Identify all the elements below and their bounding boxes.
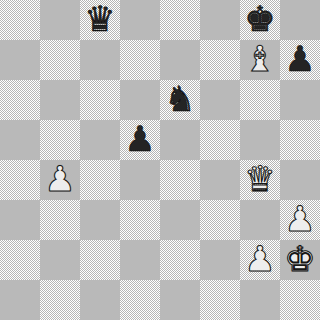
square-c7[interactable]: [80, 40, 120, 80]
square-f6[interactable]: [200, 80, 240, 120]
square-b4[interactable]: ♟: [40, 160, 80, 200]
square-g3[interactable]: [240, 200, 280, 240]
square-a2[interactable]: [0, 240, 40, 280]
square-d2[interactable]: [120, 240, 160, 280]
square-b8[interactable]: [40, 0, 80, 40]
square-f5[interactable]: [200, 120, 240, 160]
square-g2[interactable]: ♟: [240, 240, 280, 280]
square-e5[interactable]: [160, 120, 200, 160]
square-a5[interactable]: [0, 120, 40, 160]
square-h1[interactable]: [280, 280, 320, 320]
square-d3[interactable]: [120, 200, 160, 240]
black-knight[interactable]: ♞: [164, 79, 195, 119]
square-g6[interactable]: [240, 80, 280, 120]
square-d5[interactable]: ♟: [120, 120, 160, 160]
square-a6[interactable]: [0, 80, 40, 120]
square-g1[interactable]: [240, 280, 280, 320]
square-g5[interactable]: [240, 120, 280, 160]
square-e1[interactable]: [160, 280, 200, 320]
square-g8[interactable]: ♚: [240, 0, 280, 40]
square-e3[interactable]: [160, 200, 200, 240]
square-h8[interactable]: [280, 0, 320, 40]
white-pawn[interactable]: ♟: [44, 159, 75, 199]
square-c6[interactable]: [80, 80, 120, 120]
square-d8[interactable]: [120, 0, 160, 40]
square-h6[interactable]: [280, 80, 320, 120]
square-f2[interactable]: [200, 240, 240, 280]
chess-board: ♛♚♝♟♞♟♟♛♟♟♚: [0, 0, 320, 320]
square-c3[interactable]: [80, 200, 120, 240]
chess-app-window: ♛♚♝♟♞♟♟♛♟♟♚: [0, 0, 320, 320]
white-bishop[interactable]: ♝: [244, 39, 275, 79]
square-h5[interactable]: [280, 120, 320, 160]
square-e8[interactable]: [160, 0, 200, 40]
white-pawn[interactable]: ♟: [244, 239, 275, 279]
square-g7[interactable]: ♝: [240, 40, 280, 80]
square-e7[interactable]: [160, 40, 200, 80]
square-a8[interactable]: [0, 0, 40, 40]
square-h7[interactable]: ♟: [280, 40, 320, 80]
square-c4[interactable]: [80, 160, 120, 200]
square-c5[interactable]: [80, 120, 120, 160]
square-b1[interactable]: [40, 280, 80, 320]
square-a7[interactable]: [0, 40, 40, 80]
square-b2[interactable]: [40, 240, 80, 280]
square-a3[interactable]: [0, 200, 40, 240]
square-d4[interactable]: [120, 160, 160, 200]
square-d1[interactable]: [120, 280, 160, 320]
square-f4[interactable]: [200, 160, 240, 200]
square-f7[interactable]: [200, 40, 240, 80]
square-b6[interactable]: [40, 80, 80, 120]
square-a1[interactable]: [0, 280, 40, 320]
square-b7[interactable]: [40, 40, 80, 80]
square-f1[interactable]: [200, 280, 240, 320]
square-e6[interactable]: ♞: [160, 80, 200, 120]
square-d7[interactable]: [120, 40, 160, 80]
white-king[interactable]: ♚: [284, 239, 315, 279]
square-d6[interactable]: [120, 80, 160, 120]
square-h2[interactable]: ♚: [280, 240, 320, 280]
black-pawn[interactable]: ♟: [124, 119, 155, 159]
square-e2[interactable]: [160, 240, 200, 280]
square-e4[interactable]: [160, 160, 200, 200]
square-c8[interactable]: ♛: [80, 0, 120, 40]
square-h4[interactable]: [280, 160, 320, 200]
square-h3[interactable]: ♟: [280, 200, 320, 240]
square-c1[interactable]: [80, 280, 120, 320]
white-queen[interactable]: ♛: [244, 159, 275, 199]
square-b3[interactable]: [40, 200, 80, 240]
square-f8[interactable]: [200, 0, 240, 40]
square-b5[interactable]: [40, 120, 80, 160]
square-f3[interactable]: [200, 200, 240, 240]
white-pawn[interactable]: ♟: [284, 199, 315, 239]
square-g4[interactable]: ♛: [240, 160, 280, 200]
black-pawn[interactable]: ♟: [284, 39, 315, 79]
black-king[interactable]: ♚: [244, 0, 275, 39]
black-queen[interactable]: ♛: [84, 0, 115, 39]
square-a4[interactable]: [0, 160, 40, 200]
square-c2[interactable]: [80, 240, 120, 280]
